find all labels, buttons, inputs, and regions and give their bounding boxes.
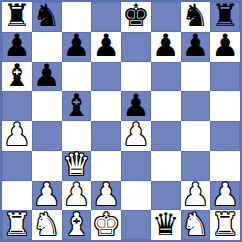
square-b7[interactable] <box>32 32 62 62</box>
black-bishop: ♝ <box>3 62 31 90</box>
square-b5[interactable] <box>32 91 62 121</box>
square-f7[interactable]: ♟ <box>151 32 181 62</box>
square-f3[interactable] <box>151 151 181 181</box>
white-knight: ♞ <box>181 210 209 238</box>
square-a5[interactable] <box>2 91 32 121</box>
black-pawn: ♟ <box>211 32 239 60</box>
square-a4[interactable]: ♟ <box>2 121 32 151</box>
square-h3[interactable] <box>210 151 240 181</box>
square-f6[interactable] <box>151 62 181 92</box>
square-e7[interactable] <box>121 32 151 62</box>
black-pawn: ♟ <box>3 32 31 60</box>
white-king: ♚ <box>92 210 120 238</box>
white-queen: ♛ <box>62 151 90 179</box>
black-king: ♚ <box>122 2 150 30</box>
black-rook: ♜ <box>3 2 31 30</box>
black-knight: ♞ <box>33 2 61 30</box>
square-h5[interactable] <box>210 91 240 121</box>
black-queen: ♛ <box>152 210 180 238</box>
square-d1[interactable]: ♚ <box>91 210 121 240</box>
white-pawn: ♟ <box>33 181 61 209</box>
square-e4[interactable]: ♟ <box>121 121 151 151</box>
square-h1[interactable]: ♜ <box>210 210 240 240</box>
square-h2[interactable]: ♟ <box>210 181 240 211</box>
square-b3[interactable] <box>32 151 62 181</box>
square-b6[interactable]: ♟ <box>32 62 62 92</box>
square-d8[interactable] <box>91 2 121 32</box>
square-d2[interactable]: ♟ <box>91 181 121 211</box>
square-e5[interactable]: ♟ <box>121 91 151 121</box>
square-c8[interactable] <box>62 2 92 32</box>
black-pawn: ♟ <box>33 62 61 90</box>
chess-board: ♜♞♚♞♜♟♟♟♟♟♟♝♟♝♟♟♟♛♟♟♟♟♟♜♞♝♚♛♞♜ <box>0 0 242 242</box>
white-pawn: ♟ <box>92 181 120 209</box>
square-f2[interactable] <box>151 181 181 211</box>
square-a7[interactable]: ♟ <box>2 32 32 62</box>
square-e1[interactable] <box>121 210 151 240</box>
square-g2[interactable]: ♟ <box>181 181 211 211</box>
square-d6[interactable] <box>91 62 121 92</box>
square-e2[interactable] <box>121 181 151 211</box>
black-pawn: ♟ <box>152 32 180 60</box>
white-pawn: ♟ <box>181 181 209 209</box>
square-e8[interactable]: ♚ <box>121 2 151 32</box>
square-a8[interactable]: ♜ <box>2 2 32 32</box>
square-f4[interactable] <box>151 121 181 151</box>
white-pawn: ♟ <box>3 121 31 149</box>
black-bishop: ♝ <box>62 91 90 119</box>
black-pawn: ♟ <box>181 32 209 60</box>
square-g7[interactable]: ♟ <box>181 32 211 62</box>
square-c5[interactable]: ♝ <box>62 91 92 121</box>
square-g5[interactable] <box>181 91 211 121</box>
square-c1[interactable]: ♝ <box>62 210 92 240</box>
black-rook: ♜ <box>211 2 239 30</box>
square-e3[interactable] <box>121 151 151 181</box>
black-knight: ♞ <box>181 2 209 30</box>
square-f1[interactable]: ♛ <box>151 210 181 240</box>
square-g6[interactable] <box>181 62 211 92</box>
square-c3[interactable]: ♛ <box>62 151 92 181</box>
square-d4[interactable] <box>91 121 121 151</box>
square-g8[interactable]: ♞ <box>181 2 211 32</box>
square-a2[interactable] <box>2 181 32 211</box>
black-pawn: ♟ <box>92 32 120 60</box>
square-f8[interactable] <box>151 2 181 32</box>
square-b4[interactable] <box>32 121 62 151</box>
square-a6[interactable]: ♝ <box>2 62 32 92</box>
black-pawn: ♟ <box>122 91 150 119</box>
white-knight: ♞ <box>33 210 61 238</box>
square-e6[interactable] <box>121 62 151 92</box>
square-g1[interactable]: ♞ <box>181 210 211 240</box>
square-f5[interactable] <box>151 91 181 121</box>
square-h8[interactable]: ♜ <box>210 2 240 32</box>
square-d3[interactable] <box>91 151 121 181</box>
square-a3[interactable] <box>2 151 32 181</box>
square-c6[interactable] <box>62 62 92 92</box>
white-rook: ♜ <box>211 210 239 238</box>
square-b2[interactable]: ♟ <box>32 181 62 211</box>
square-b8[interactable]: ♞ <box>32 2 62 32</box>
white-pawn: ♟ <box>62 181 90 209</box>
square-g4[interactable] <box>181 121 211 151</box>
square-b1[interactable]: ♞ <box>32 210 62 240</box>
square-d5[interactable] <box>91 91 121 121</box>
square-h7[interactable]: ♟ <box>210 32 240 62</box>
white-bishop: ♝ <box>62 210 90 238</box>
square-h4[interactable] <box>210 121 240 151</box>
square-h6[interactable] <box>210 62 240 92</box>
square-d7[interactable]: ♟ <box>91 32 121 62</box>
white-pawn: ♟ <box>211 181 239 209</box>
square-c4[interactable] <box>62 121 92 151</box>
square-c7[interactable]: ♟ <box>62 32 92 62</box>
white-rook: ♜ <box>3 210 31 238</box>
black-pawn: ♟ <box>62 32 90 60</box>
square-a1[interactable]: ♜ <box>2 210 32 240</box>
square-c2[interactable]: ♟ <box>62 181 92 211</box>
square-g3[interactable] <box>181 151 211 181</box>
white-pawn: ♟ <box>122 121 150 149</box>
